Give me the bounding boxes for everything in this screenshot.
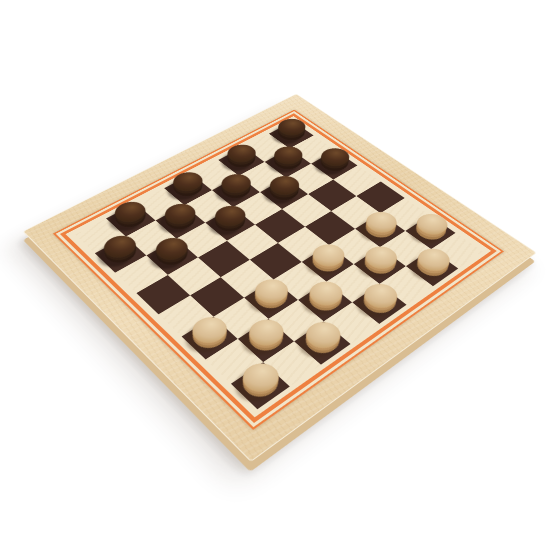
piece-top-face	[360, 208, 402, 236]
piece-side	[273, 121, 310, 144]
piece-shadow	[308, 151, 351, 178]
piece-side	[264, 173, 304, 199]
square-3-2[interactable]	[233, 192, 282, 225]
piece-side	[269, 146, 308, 170]
square-0-4[interactable]	[356, 182, 404, 214]
piece-shadow	[216, 148, 258, 175]
piece-side	[269, 148, 308, 172]
piece-side	[159, 203, 201, 231]
piece-top-face	[264, 172, 304, 198]
board-tilt-wrapper	[83, 57, 473, 426]
dark-piece[interactable]	[218, 147, 264, 176]
piece-top-face	[209, 202, 251, 230]
piece-side	[316, 146, 355, 170]
piece-shadow	[161, 175, 205, 204]
piece-top-face	[159, 200, 201, 228]
piece-side	[264, 178, 304, 204]
piece-side	[216, 173, 256, 199]
piece-top-face	[269, 143, 308, 167]
piece-side	[360, 213, 402, 241]
piece-side	[209, 205, 251, 233]
piece-side	[216, 171, 256, 197]
square-3-3[interactable]	[255, 209, 305, 243]
square-1-3[interactable]	[308, 180, 356, 212]
dark-piece[interactable]	[164, 174, 212, 205]
square-1-1[interactable]	[265, 149, 311, 178]
piece-side	[110, 201, 152, 229]
board-border-line	[60, 113, 497, 423]
piece-shadow	[209, 177, 253, 206]
piece-top-face	[222, 141, 261, 165]
dark-piece[interactable]	[260, 178, 308, 209]
square-1-5[interactable]	[355, 213, 405, 247]
square-0-3[interactable]	[333, 166, 380, 196]
square-5-1[interactable]	[156, 205, 206, 239]
piece-side	[273, 118, 311, 141]
piece-top-face	[168, 169, 208, 195]
piece-side	[209, 203, 251, 231]
square-4-2[interactable]	[205, 207, 255, 241]
board-3d	[23, 94, 537, 462]
square-4-0[interactable]	[164, 174, 212, 205]
piece-side	[269, 144, 308, 168]
piece-top-face	[411, 210, 453, 238]
square-0-5[interactable]	[380, 198, 429, 231]
dark-piece[interactable]	[156, 205, 206, 239]
piece-side	[222, 147, 261, 171]
piece-side	[410, 213, 452, 241]
piece-side	[315, 148, 354, 172]
piece-side	[360, 209, 402, 237]
piece-side	[109, 199, 151, 227]
square-4-1[interactable]	[184, 190, 233, 222]
dark-piece[interactable]	[205, 207, 255, 241]
piece-top-face	[109, 198, 151, 226]
photo-stage	[0, 0, 560, 560]
board-frame	[23, 94, 537, 462]
dark-piece[interactable]	[311, 150, 358, 179]
piece-side	[168, 169, 208, 195]
square-7-5[interactable]	[182, 317, 238, 360]
square-3-0[interactable]	[192, 160, 239, 190]
dark-piece[interactable]	[269, 121, 314, 148]
piece-side	[159, 201, 201, 229]
piece-side	[222, 142, 261, 166]
square-3-1[interactable]	[212, 176, 260, 207]
light-piece[interactable]	[355, 213, 405, 247]
piece-shadow	[257, 179, 301, 208]
piece-side	[315, 150, 354, 174]
square-1-2[interactable]	[286, 164, 333, 194]
square-5-0[interactable]	[136, 188, 185, 220]
square-0-0[interactable]	[269, 121, 314, 148]
piece-shadow	[103, 204, 148, 235]
dark-piece[interactable]	[265, 149, 311, 178]
piece-side	[168, 171, 208, 197]
piece-side	[264, 175, 304, 201]
piece-side	[222, 144, 261, 168]
piece-shadow	[262, 150, 305, 177]
square-2-1[interactable]	[239, 162, 286, 192]
dark-piece[interactable]	[106, 203, 156, 236]
piece-side	[273, 116, 311, 139]
piece-shadow	[202, 208, 248, 239]
piece-side	[360, 211, 402, 239]
square-0-2[interactable]	[311, 150, 358, 179]
square-2-0[interactable]	[218, 147, 264, 176]
dark-piece[interactable]	[212, 176, 260, 207]
square-2-3[interactable]	[282, 194, 331, 227]
light-piece[interactable]	[405, 215, 455, 249]
square-0-1[interactable]	[290, 136, 336, 164]
piece-top-face	[316, 145, 355, 169]
piece-top-face	[273, 116, 311, 139]
checkers-board	[75, 121, 481, 407]
piece-side	[209, 207, 251, 235]
piece-top-face	[216, 170, 256, 196]
piece-side	[411, 211, 453, 239]
piece-side	[160, 205, 202, 233]
square-0-6[interactable]	[405, 215, 455, 249]
square-2-4[interactable]	[305, 211, 355, 245]
square-1-0[interactable]	[244, 134, 290, 162]
piece-side	[110, 203, 151, 231]
piece-side	[216, 176, 256, 202]
piece-shadow	[153, 206, 199, 237]
board-paper	[53, 110, 504, 430]
square-6-0[interactable]	[106, 203, 156, 236]
light-piece[interactable]	[182, 317, 238, 360]
square-1-4[interactable]	[331, 196, 380, 229]
square-2-2[interactable]	[260, 178, 308, 209]
board-scene	[0, 0, 560, 560]
piece-shadow	[266, 122, 307, 147]
piece-side	[168, 174, 208, 200]
